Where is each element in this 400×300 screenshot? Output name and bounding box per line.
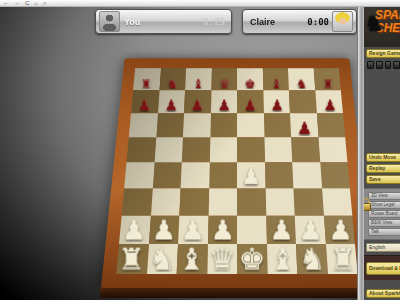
mini-icon[interactable]: [367, 61, 374, 69]
locked-options-panel: 3D View Show Legal Rotate Board B&W View…: [364, 188, 400, 240]
black-pawn: ♟: [237, 98, 263, 113]
language-select[interactable]: English: [366, 243, 400, 252]
white-pawn: ♟: [208, 216, 237, 243]
square-d2[interactable]: ♟: [208, 216, 237, 244]
black-pawn: ♟: [131, 98, 157, 113]
home-icon[interactable]: ⌂: [34, 0, 38, 6]
download-panel: Download & Play: [364, 255, 400, 280]
black-king: ♚: [237, 77, 263, 90]
board-grid: ♜♞♝♛♚♝♞♜♟♟♟♟♟♟♟♟♟♟♟♟♟♟♟♟♜♞♝♛♚♝♞♜: [116, 68, 357, 274]
square-h3[interactable]: [322, 188, 353, 215]
square-g2[interactable]: ♟: [295, 216, 326, 244]
square-c5[interactable]: [182, 137, 210, 162]
square-e2[interactable]: [237, 216, 266, 244]
square-h4[interactable]: [320, 162, 350, 188]
square-g5[interactable]: [291, 137, 320, 162]
sparkchess-logo: ♞ SPARK CHESS: [364, 7, 400, 47]
square-c7[interactable]: ♟: [184, 90, 211, 113]
white-knight: ♞: [147, 243, 177, 273]
square-e1[interactable]: ♚: [237, 244, 267, 274]
white-knight: ♞: [297, 243, 327, 273]
locked-option: 3D View: [368, 192, 400, 200]
locked-option: B&W View: [368, 219, 400, 227]
square-g4[interactable]: [292, 162, 321, 188]
square-f7[interactable]: ♟: [263, 90, 290, 113]
player-plate-white: You 0:25: [95, 9, 232, 34]
square-a5[interactable]: [127, 137, 156, 162]
square-b5[interactable]: [154, 137, 183, 162]
black-pawn: ♟: [316, 98, 342, 113]
padlock-icon: [364, 198, 372, 212]
square-d4[interactable]: [209, 162, 237, 188]
white-queen: ♛: [207, 243, 237, 273]
white-bishop: ♝: [267, 243, 297, 273]
square-f2[interactable]: ♟: [266, 216, 296, 244]
white-player-name: You: [120, 17, 200, 27]
square-h2[interactable]: ♟: [324, 216, 355, 244]
white-avatar: [99, 11, 120, 32]
white-pawn: ♟: [237, 166, 265, 188]
locked-option: Show Legal: [368, 201, 400, 209]
square-d7[interactable]: ♟: [211, 90, 237, 113]
save-button[interactable]: Save: [366, 175, 400, 184]
square-e4[interactable]: ♟: [237, 162, 265, 188]
mini-icon[interactable]: [393, 61, 400, 69]
square-b3[interactable]: [150, 188, 180, 215]
white-bishop: ♝: [177, 243, 207, 273]
square-h7[interactable]: ♟: [315, 90, 343, 113]
square-a7[interactable]: ♟: [131, 90, 159, 113]
square-e6[interactable]: [237, 113, 264, 137]
undo-move-button[interactable]: Undo Move: [366, 153, 400, 162]
square-a4[interactable]: [124, 162, 154, 188]
square-d8[interactable]: ♛: [211, 68, 237, 90]
square-d1[interactable]: ♛: [207, 244, 237, 274]
square-h6[interactable]: [316, 113, 345, 137]
white-rook: ♜: [116, 243, 146, 273]
black-bishop: ♝: [263, 77, 289, 90]
square-c1[interactable]: ♝: [177, 244, 208, 274]
square-e5[interactable]: [237, 137, 265, 162]
download-button[interactable]: Download & Play: [366, 262, 400, 275]
square-a1[interactable]: ♜: [116, 244, 148, 274]
square-f1[interactable]: ♝: [266, 244, 297, 274]
black-pawn: ♟: [158, 98, 184, 113]
square-f5[interactable]: [264, 137, 292, 162]
square-f4[interactable]: [265, 162, 294, 188]
black-player-clock: 0:00: [304, 17, 332, 27]
square-d5[interactable]: [209, 137, 237, 162]
square-f8[interactable]: ♝: [262, 68, 288, 90]
square-f6[interactable]: [263, 113, 291, 137]
square-c3[interactable]: [179, 188, 208, 215]
square-g3[interactable]: [293, 188, 323, 215]
white-pawn: ♟: [149, 216, 178, 243]
browser-toolbar: ← → C ⌂ ⌕: [0, 0, 400, 7]
black-player-name: Claire: [246, 17, 304, 27]
square-e8[interactable]: ♚: [237, 68, 263, 90]
white-pawn: ♟: [325, 216, 354, 243]
square-a3[interactable]: [122, 188, 153, 215]
black-pawn: ♟: [263, 98, 289, 113]
white-king: ♚: [237, 243, 267, 273]
square-a8[interactable]: ♜: [133, 68, 160, 90]
square-b4[interactable]: [152, 162, 181, 188]
mini-icon[interactable]: [376, 61, 383, 69]
square-g8[interactable]: ♞: [288, 68, 315, 90]
square-h1[interactable]: ♜: [325, 244, 357, 274]
white-player-clock: 0:25: [200, 17, 228, 27]
square-b7[interactable]: ♟: [158, 90, 186, 113]
square-e3[interactable]: [237, 188, 266, 215]
square-c8[interactable]: ♝: [185, 68, 211, 90]
square-b6[interactable]: [156, 113, 184, 137]
square-c4[interactable]: [181, 162, 210, 188]
white-pawn: ♟: [266, 216, 295, 243]
square-g1[interactable]: ♞: [296, 244, 328, 274]
mini-icon[interactable]: [385, 61, 392, 69]
locked-option: Rotate Board: [368, 210, 400, 218]
sidebar-gap: [364, 280, 400, 287]
square-a6[interactable]: [129, 113, 158, 137]
square-a2[interactable]: ♟: [119, 216, 150, 244]
square-h5[interactable]: [318, 137, 347, 162]
knight-logo-icon: ♞: [364, 11, 384, 37]
chess-board-scene: ♜♞♝♛♚♝♞♜♟♟♟♟♟♟♟♟♟♟♟♟♟♟♟♟♜♞♝♛♚♝♞♜: [96, 22, 378, 294]
back-icon[interactable]: ←: [3, 0, 9, 6]
white-pawn: ♟: [119, 216, 148, 243]
black-bishop: ♝: [185, 77, 211, 90]
black-knight: ♞: [159, 77, 185, 90]
square-c6[interactable]: [183, 113, 211, 137]
about-button[interactable]: About SparkChess: [366, 289, 400, 298]
square-e7[interactable]: ♟: [237, 90, 263, 113]
white-rook: ♜: [327, 243, 357, 273]
black-queen: ♛: [211, 77, 237, 90]
square-b8[interactable]: ♞: [159, 68, 186, 90]
square-d3[interactable]: [208, 188, 237, 215]
white-pawn: ♟: [296, 216, 325, 243]
square-g7[interactable]: [289, 90, 317, 113]
black-pawn: ♟: [211, 98, 237, 113]
square-c2[interactable]: ♟: [178, 216, 208, 244]
square-b1[interactable]: ♞: [146, 244, 178, 274]
black-pawn: ♟: [291, 120, 318, 137]
square-f3[interactable]: [265, 188, 294, 215]
black-rook: ♜: [133, 77, 159, 90]
reload-icon[interactable]: C: [25, 0, 29, 6]
black-rook: ♜: [315, 77, 341, 90]
square-b2[interactable]: ♟: [149, 216, 180, 244]
locked-option: Talk: [368, 228, 400, 236]
square-d6[interactable]: [210, 113, 237, 137]
resign-button[interactable]: Resign Game: [366, 49, 400, 58]
sidebar: ♞ SPARK CHESS Resign Game Undo Move Repl…: [364, 7, 400, 300]
black-avatar: [332, 11, 353, 32]
forward-icon[interactable]: →: [14, 0, 20, 6]
square-h8[interactable]: ♜: [313, 68, 340, 90]
game-toolbar-icons: [367, 61, 400, 69]
chess-board: ♜♞♝♛♚♝♞♜♟♟♟♟♟♟♟♟♟♟♟♟♟♟♟♟♜♞♝♛♚♝♞♜: [101, 58, 373, 288]
square-g6[interactable]: ♟: [290, 113, 318, 137]
player-plate-black: Claire 0:00: [242, 9, 357, 34]
sidebar-spacer: [364, 69, 400, 151]
black-knight: ♞: [289, 77, 315, 90]
black-pawn: ♟: [184, 98, 210, 113]
replay-button[interactable]: Replay: [366, 164, 400, 173]
white-pawn: ♟: [178, 216, 207, 243]
search-icon[interactable]: ⌕: [43, 0, 46, 6]
